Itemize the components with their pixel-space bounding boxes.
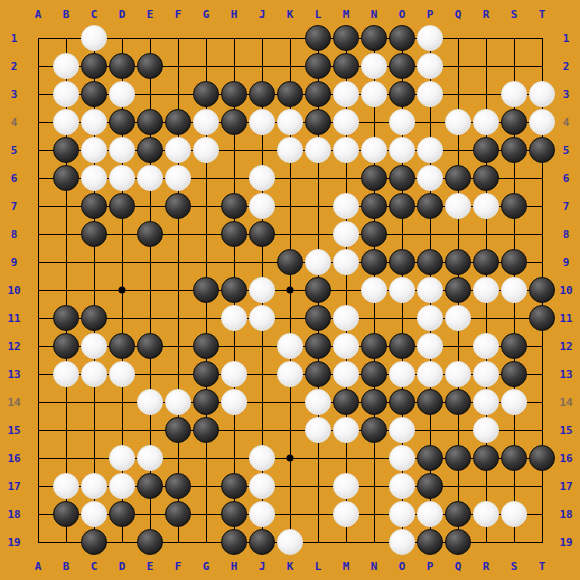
white-stone-O18[interactable] <box>389 501 415 527</box>
white-stone-G5[interactable] <box>193 137 219 163</box>
col-label-top-O: O <box>399 9 406 20</box>
row-label-left-5: 5 <box>11 145 18 156</box>
black-stone-O2[interactable] <box>389 53 415 79</box>
black-stone-S5[interactable] <box>501 137 527 163</box>
row-label-left-15: 15 <box>7 425 20 436</box>
black-stone-P7[interactable] <box>417 193 443 219</box>
black-stone-N6[interactable] <box>361 165 387 191</box>
row-label-left-16: 16 <box>7 453 20 464</box>
black-stone-D18[interactable] <box>109 501 135 527</box>
white-stone-J6[interactable] <box>249 165 275 191</box>
white-stone-Q4[interactable] <box>445 109 471 135</box>
black-stone-H10[interactable] <box>221 277 247 303</box>
black-stone-H8[interactable] <box>221 221 247 247</box>
col-label-bottom-T: T <box>539 561 546 572</box>
white-stone-M8[interactable] <box>333 221 359 247</box>
white-stone-D5[interactable] <box>109 137 135 163</box>
row-label-right-8: 8 <box>563 229 570 240</box>
black-stone-H18[interactable] <box>221 501 247 527</box>
black-stone-E17[interactable] <box>137 473 163 499</box>
black-stone-K9[interactable] <box>277 249 303 275</box>
black-stone-S12[interactable] <box>501 333 527 359</box>
black-stone-P17[interactable] <box>417 473 443 499</box>
col-label-top-R: R <box>483 9 490 20</box>
black-stone-L12[interactable] <box>305 333 331 359</box>
black-stone-G12[interactable] <box>193 333 219 359</box>
row-label-right-12: 12 <box>559 341 572 352</box>
black-stone-B18[interactable] <box>53 501 79 527</box>
white-stone-J16[interactable] <box>249 445 275 471</box>
black-stone-O12[interactable] <box>389 333 415 359</box>
black-stone-O9[interactable] <box>389 249 415 275</box>
white-stone-S10[interactable] <box>501 277 527 303</box>
black-stone-O1[interactable] <box>389 25 415 51</box>
col-label-bottom-C: C <box>91 561 98 572</box>
black-stone-G3[interactable] <box>193 81 219 107</box>
black-stone-H4[interactable] <box>221 109 247 135</box>
col-label-bottom-S: S <box>511 561 518 572</box>
col-label-top-M: M <box>343 9 350 20</box>
white-stone-K13[interactable] <box>277 361 303 387</box>
white-stone-O19[interactable] <box>389 529 415 555</box>
black-stone-L4[interactable] <box>305 109 331 135</box>
black-stone-M1[interactable] <box>333 25 359 51</box>
black-stone-O3[interactable] <box>389 81 415 107</box>
black-stone-P9[interactable] <box>417 249 443 275</box>
black-stone-Q9[interactable] <box>445 249 471 275</box>
col-label-top-B: B <box>63 9 70 20</box>
black-stone-T16[interactable] <box>529 445 555 471</box>
row-label-right-1: 1 <box>563 33 570 44</box>
col-label-top-A: A <box>35 9 42 20</box>
white-stone-M13[interactable] <box>333 361 359 387</box>
black-stone-F17[interactable] <box>165 473 191 499</box>
black-stone-E19[interactable] <box>137 529 163 555</box>
white-stone-M3[interactable] <box>333 81 359 107</box>
row-label-right-13: 13 <box>559 369 572 380</box>
black-stone-F7[interactable] <box>165 193 191 219</box>
go-board-screenshot: AABBCCDDEEFFGGHHJJKKLLMMNNOOPPQQRRSSTT11… <box>0 0 580 580</box>
row-label-left-3: 3 <box>11 89 18 100</box>
col-label-bottom-R: R <box>483 561 490 572</box>
white-stone-Q7[interactable] <box>445 193 471 219</box>
white-stone-M15[interactable] <box>333 417 359 443</box>
black-stone-J19[interactable] <box>249 529 275 555</box>
white-stone-Q11[interactable] <box>445 305 471 331</box>
white-stone-P11[interactable] <box>417 305 443 331</box>
white-stone-J18[interactable] <box>249 501 275 527</box>
star-point-K10 <box>287 287 294 294</box>
white-stone-J7[interactable] <box>249 193 275 219</box>
black-stone-D12[interactable] <box>109 333 135 359</box>
white-stone-P18[interactable] <box>417 501 443 527</box>
white-stone-D13[interactable] <box>109 361 135 387</box>
white-stone-O10[interactable] <box>389 277 415 303</box>
black-stone-N1[interactable] <box>361 25 387 51</box>
white-stone-B17[interactable] <box>53 473 79 499</box>
row-label-left-14: 14 <box>7 397 20 408</box>
col-label-top-K: K <box>287 9 294 20</box>
white-stone-D16[interactable] <box>109 445 135 471</box>
white-stone-F6[interactable] <box>165 165 191 191</box>
row-label-left-6: 6 <box>11 173 18 184</box>
col-label-top-Q: Q <box>455 9 462 20</box>
row-label-right-17: 17 <box>559 481 572 492</box>
black-stone-O14[interactable] <box>389 389 415 415</box>
white-stone-J17[interactable] <box>249 473 275 499</box>
black-stone-Q19[interactable] <box>445 529 471 555</box>
row-label-right-14: 14 <box>559 397 572 408</box>
black-stone-R16[interactable] <box>473 445 499 471</box>
star-point-K16 <box>287 455 294 462</box>
white-stone-P5[interactable] <box>417 137 443 163</box>
white-stone-M5[interactable] <box>333 137 359 163</box>
row-label-right-7: 7 <box>563 201 570 212</box>
row-label-left-19: 19 <box>7 537 20 548</box>
white-stone-N5[interactable] <box>361 137 387 163</box>
white-stone-S3[interactable] <box>501 81 527 107</box>
white-stone-J10[interactable] <box>249 277 275 303</box>
black-stone-D4[interactable] <box>109 109 135 135</box>
black-stone-S4[interactable] <box>501 109 527 135</box>
white-stone-C18[interactable] <box>81 501 107 527</box>
col-label-top-F: F <box>175 9 182 20</box>
white-stone-P2[interactable] <box>417 53 443 79</box>
white-stone-R18[interactable] <box>473 501 499 527</box>
white-stone-C1[interactable] <box>81 25 107 51</box>
white-stone-C6[interactable] <box>81 165 107 191</box>
white-stone-E16[interactable] <box>137 445 163 471</box>
white-stone-L14[interactable] <box>305 389 331 415</box>
white-stone-P3[interactable] <box>417 81 443 107</box>
star-point-D10 <box>119 287 126 294</box>
row-label-right-5: 5 <box>563 145 570 156</box>
black-stone-M14[interactable] <box>333 389 359 415</box>
col-label-top-J: J <box>259 9 266 20</box>
col-label-bottom-Q: Q <box>455 561 462 572</box>
black-stone-Q10[interactable] <box>445 277 471 303</box>
black-stone-E2[interactable] <box>137 53 163 79</box>
col-label-bottom-D: D <box>119 561 126 572</box>
white-stone-D3[interactable] <box>109 81 135 107</box>
white-stone-T3[interactable] <box>529 81 555 107</box>
black-stone-E12[interactable] <box>137 333 163 359</box>
black-stone-B6[interactable] <box>53 165 79 191</box>
white-stone-O15[interactable] <box>389 417 415 443</box>
row-label-left-12: 12 <box>7 341 20 352</box>
white-stone-D6[interactable] <box>109 165 135 191</box>
row-label-right-4: 4 <box>563 117 570 128</box>
white-stone-N3[interactable] <box>361 81 387 107</box>
white-stone-O13[interactable] <box>389 361 415 387</box>
black-stone-M2[interactable] <box>333 53 359 79</box>
row-label-right-2: 2 <box>563 61 570 72</box>
col-label-bottom-N: N <box>371 561 378 572</box>
white-stone-E6[interactable] <box>137 165 163 191</box>
row-label-left-8: 8 <box>11 229 18 240</box>
black-stone-G15[interactable] <box>193 417 219 443</box>
white-stone-R12[interactable] <box>473 333 499 359</box>
white-stone-K5[interactable] <box>277 137 303 163</box>
white-stone-P1[interactable] <box>417 25 443 51</box>
black-stone-F15[interactable] <box>165 417 191 443</box>
black-stone-R6[interactable] <box>473 165 499 191</box>
white-stone-O16[interactable] <box>389 445 415 471</box>
black-stone-O6[interactable] <box>389 165 415 191</box>
white-stone-M9[interactable] <box>333 249 359 275</box>
white-stone-E14[interactable] <box>137 389 163 415</box>
black-stone-Q14[interactable] <box>445 389 471 415</box>
black-stone-P14[interactable] <box>417 389 443 415</box>
col-label-bottom-F: F <box>175 561 182 572</box>
white-stone-F14[interactable] <box>165 389 191 415</box>
black-stone-J3[interactable] <box>249 81 275 107</box>
row-label-left-10: 10 <box>7 285 20 296</box>
white-stone-P6[interactable] <box>417 165 443 191</box>
black-stone-N13[interactable] <box>361 361 387 387</box>
col-label-bottom-H: H <box>231 561 238 572</box>
black-stone-R5[interactable] <box>473 137 499 163</box>
white-stone-R7[interactable] <box>473 193 499 219</box>
black-stone-P16[interactable] <box>417 445 443 471</box>
col-label-top-H: H <box>231 9 238 20</box>
black-stone-Q18[interactable] <box>445 501 471 527</box>
grid-line-horizontal <box>38 430 543 431</box>
black-stone-J8[interactable] <box>249 221 275 247</box>
row-label-right-10: 10 <box>559 285 572 296</box>
col-label-bottom-K: K <box>287 561 294 572</box>
black-stone-S7[interactable] <box>501 193 527 219</box>
row-label-left-7: 7 <box>11 201 18 212</box>
row-label-right-6: 6 <box>563 173 570 184</box>
black-stone-C2[interactable] <box>81 53 107 79</box>
black-stone-L3[interactable] <box>305 81 331 107</box>
white-stone-M18[interactable] <box>333 501 359 527</box>
white-stone-R13[interactable] <box>473 361 499 387</box>
black-stone-H3[interactable] <box>221 81 247 107</box>
white-stone-S18[interactable] <box>501 501 527 527</box>
black-stone-R9[interactable] <box>473 249 499 275</box>
col-label-bottom-P: P <box>427 561 434 572</box>
white-stone-P13[interactable] <box>417 361 443 387</box>
col-label-top-S: S <box>511 9 518 20</box>
black-stone-N9[interactable] <box>361 249 387 275</box>
white-stone-C4[interactable] <box>81 109 107 135</box>
col-label-top-T: T <box>539 9 546 20</box>
black-stone-C3[interactable] <box>81 81 107 107</box>
black-stone-G10[interactable] <box>193 277 219 303</box>
row-label-right-3: 3 <box>563 89 570 100</box>
row-label-right-18: 18 <box>559 509 572 520</box>
black-stone-K3[interactable] <box>277 81 303 107</box>
white-stone-C13[interactable] <box>81 361 107 387</box>
black-stone-L11[interactable] <box>305 305 331 331</box>
white-stone-O4[interactable] <box>389 109 415 135</box>
black-stone-S13[interactable] <box>501 361 527 387</box>
white-stone-Q13[interactable] <box>445 361 471 387</box>
black-stone-T10[interactable] <box>529 277 555 303</box>
black-stone-F4[interactable] <box>165 109 191 135</box>
row-label-left-13: 13 <box>7 369 20 380</box>
white-stone-M11[interactable] <box>333 305 359 331</box>
black-stone-Q6[interactable] <box>445 165 471 191</box>
white-stone-K19[interactable] <box>277 529 303 555</box>
row-label-right-11: 11 <box>559 313 572 324</box>
col-label-bottom-J: J <box>259 561 266 572</box>
col-label-top-E: E <box>147 9 154 20</box>
black-stone-N14[interactable] <box>361 389 387 415</box>
white-stone-R10[interactable] <box>473 277 499 303</box>
white-stone-R15[interactable] <box>473 417 499 443</box>
black-stone-N15[interactable] <box>361 417 387 443</box>
white-stone-P10[interactable] <box>417 277 443 303</box>
col-label-bottom-A: A <box>35 561 42 572</box>
white-stone-B2[interactable] <box>53 53 79 79</box>
black-stone-E4[interactable] <box>137 109 163 135</box>
black-stone-T5[interactable] <box>529 137 555 163</box>
row-label-right-15: 15 <box>559 425 572 436</box>
black-stone-S16[interactable] <box>501 445 527 471</box>
black-stone-B12[interactable] <box>53 333 79 359</box>
black-stone-T11[interactable] <box>529 305 555 331</box>
row-label-left-11: 11 <box>7 313 20 324</box>
white-stone-C12[interactable] <box>81 333 107 359</box>
white-stone-N2[interactable] <box>361 53 387 79</box>
black-stone-H7[interactable] <box>221 193 247 219</box>
col-label-top-L: L <box>315 9 322 20</box>
white-stone-G4[interactable] <box>193 109 219 135</box>
white-stone-C5[interactable] <box>81 137 107 163</box>
black-stone-L13[interactable] <box>305 361 331 387</box>
white-stone-C17[interactable] <box>81 473 107 499</box>
white-stone-M7[interactable] <box>333 193 359 219</box>
col-label-top-D: D <box>119 9 126 20</box>
black-stone-P19[interactable] <box>417 529 443 555</box>
black-stone-E8[interactable] <box>137 221 163 247</box>
row-label-left-1: 1 <box>11 33 18 44</box>
row-label-left-17: 17 <box>7 481 20 492</box>
col-label-bottom-E: E <box>147 561 154 572</box>
black-stone-E5[interactable] <box>137 137 163 163</box>
black-stone-S9[interactable] <box>501 249 527 275</box>
white-stone-L9[interactable] <box>305 249 331 275</box>
black-stone-N8[interactable] <box>361 221 387 247</box>
white-stone-N10[interactable] <box>361 277 387 303</box>
white-stone-J11[interactable] <box>249 305 275 331</box>
white-stone-B4[interactable] <box>53 109 79 135</box>
white-stone-O5[interactable] <box>389 137 415 163</box>
white-stone-L15[interactable] <box>305 417 331 443</box>
col-label-top-P: P <box>427 9 434 20</box>
col-label-bottom-L: L <box>315 561 322 572</box>
row-label-right-9: 9 <box>563 257 570 268</box>
white-stone-K4[interactable] <box>277 109 303 135</box>
white-stone-M17[interactable] <box>333 473 359 499</box>
white-stone-R14[interactable] <box>473 389 499 415</box>
col-label-bottom-O: O <box>399 561 406 572</box>
black-stone-L1[interactable] <box>305 25 331 51</box>
white-stone-F5[interactable] <box>165 137 191 163</box>
white-stone-J4[interactable] <box>249 109 275 135</box>
white-stone-B13[interactable] <box>53 361 79 387</box>
black-stone-H19[interactable] <box>221 529 247 555</box>
white-stone-B3[interactable] <box>53 81 79 107</box>
col-label-top-N: N <box>371 9 378 20</box>
black-stone-D2[interactable] <box>109 53 135 79</box>
black-stone-L10[interactable] <box>305 277 331 303</box>
black-stone-N7[interactable] <box>361 193 387 219</box>
black-stone-G14[interactable] <box>193 389 219 415</box>
white-stone-S14[interactable] <box>501 389 527 415</box>
white-stone-P12[interactable] <box>417 333 443 359</box>
white-stone-M12[interactable] <box>333 333 359 359</box>
white-stone-T4[interactable] <box>529 109 555 135</box>
white-stone-H14[interactable] <box>221 389 247 415</box>
col-label-bottom-B: B <box>63 561 70 572</box>
black-stone-L2[interactable] <box>305 53 331 79</box>
col-label-bottom-G: G <box>203 561 210 572</box>
white-stone-H13[interactable] <box>221 361 247 387</box>
black-stone-G13[interactable] <box>193 361 219 387</box>
black-stone-F18[interactable] <box>165 501 191 527</box>
black-stone-C11[interactable] <box>81 305 107 331</box>
black-stone-C7[interactable] <box>81 193 107 219</box>
row-label-left-2: 2 <box>11 61 18 72</box>
col-label-bottom-M: M <box>343 561 350 572</box>
white-stone-K12[interactable] <box>277 333 303 359</box>
white-stone-M4[interactable] <box>333 109 359 135</box>
white-stone-O17[interactable] <box>389 473 415 499</box>
black-stone-B5[interactable] <box>53 137 79 163</box>
black-stone-C19[interactable] <box>81 529 107 555</box>
row-label-right-16: 16 <box>559 453 572 464</box>
row-label-left-9: 9 <box>11 257 18 268</box>
col-label-top-G: G <box>203 9 210 20</box>
white-stone-D17[interactable] <box>109 473 135 499</box>
black-stone-N12[interactable] <box>361 333 387 359</box>
black-stone-B11[interactable] <box>53 305 79 331</box>
white-stone-R4[interactable] <box>473 109 499 135</box>
row-label-left-18: 18 <box>7 509 20 520</box>
black-stone-Q16[interactable] <box>445 445 471 471</box>
black-stone-O7[interactable] <box>389 193 415 219</box>
black-stone-D7[interactable] <box>109 193 135 219</box>
col-label-top-C: C <box>91 9 98 20</box>
black-stone-C8[interactable] <box>81 221 107 247</box>
black-stone-H17[interactable] <box>221 473 247 499</box>
white-stone-H11[interactable] <box>221 305 247 331</box>
row-label-right-19: 19 <box>559 537 572 548</box>
row-label-left-4: 4 <box>11 117 18 128</box>
white-stone-L5[interactable] <box>305 137 331 163</box>
